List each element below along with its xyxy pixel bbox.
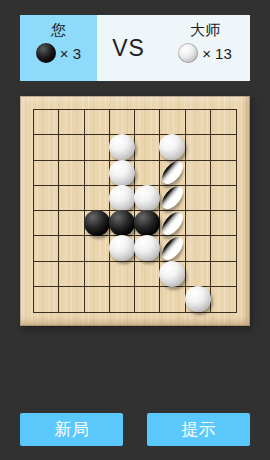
app-screen: 您 × 3 VS 大师 × 13 新局 提示 [0,0,270,460]
new-game-button[interactable]: 新局 [20,413,123,446]
board-cell-2-2[interactable] [59,135,84,160]
board-cell-1-3[interactable] [85,110,110,135]
board-cell-7-2[interactable] [59,262,84,287]
black-stone [134,210,160,236]
board-cell-8-6[interactable] [160,287,185,312]
board-cell-3-5[interactable] [135,161,160,186]
board-cell-5-1[interactable] [34,211,59,236]
white-stone [109,185,135,211]
white-count-label: × 13 [202,45,232,62]
player-panel-you: 您 × 3 [20,15,97,81]
board-cell-1-7[interactable] [186,110,211,135]
board-cell-5-7[interactable] [186,211,211,236]
board-cell-8-4[interactable] [110,287,135,312]
white-stone [159,134,185,160]
black-count-label: × 3 [60,45,81,62]
board-cell-2-3[interactable] [85,135,110,160]
board-cell-6-3[interactable] [85,236,110,261]
board-cell-1-5[interactable] [135,110,160,135]
board-cell-1-1[interactable] [34,110,59,135]
board-cell-6-2[interactable] [59,236,84,261]
flipping-white-stone [158,183,187,213]
white-stone [159,261,185,287]
board-cell-6-7[interactable] [186,236,211,261]
board-cell-5-5[interactable] [135,211,160,236]
board-cell-5-4[interactable] [110,211,135,236]
game-board [20,96,250,326]
vs-box: VS [97,15,160,81]
board-cell-4-8[interactable] [211,186,236,211]
black-stone-icon [36,43,56,63]
board-cell-7-5[interactable] [135,262,160,287]
board-cell-8-2[interactable] [59,287,84,312]
board-cell-5-3[interactable] [85,211,110,236]
board-cell-1-4[interactable] [110,110,135,135]
board-cell-7-4[interactable] [110,262,135,287]
flipping-white-stone [158,208,187,238]
board-cell-7-8[interactable] [211,262,236,287]
board-grid [33,109,237,313]
board-cell-2-6[interactable] [160,135,185,160]
board-cell-2-4[interactable] [110,135,135,160]
board-cell-7-7[interactable] [186,262,211,287]
white-stone [109,235,135,261]
board-cell-2-1[interactable] [34,135,59,160]
board-cell-6-6[interactable] [160,236,185,261]
board-cell-7-1[interactable] [34,262,59,287]
board-cell-7-6[interactable] [160,262,185,287]
board-cell-4-4[interactable] [110,186,135,211]
white-stone [109,134,135,160]
board-cell-8-8[interactable] [211,287,236,312]
board-cell-6-5[interactable] [135,236,160,261]
board-cell-7-3[interactable] [85,262,110,287]
black-stone [109,210,135,236]
board-cell-2-7[interactable] [186,135,211,160]
score-bar: 您 × 3 VS 大师 × 13 [20,15,250,81]
board-cell-3-7[interactable] [186,161,211,186]
board-cell-1-8[interactable] [211,110,236,135]
flipping-white-stone [158,157,187,187]
board-cell-6-1[interactable] [34,236,59,261]
board-cell-2-5[interactable] [135,135,160,160]
board-cell-4-7[interactable] [186,186,211,211]
board-cell-4-5[interactable] [135,186,160,211]
board-cell-3-2[interactable] [59,161,84,186]
white-stone-icon [178,43,198,63]
white-stone [134,235,160,261]
board-cell-4-1[interactable] [34,186,59,211]
board-cell-4-6[interactable] [160,186,185,211]
black-stone [84,210,110,236]
player-panel-master: 大师 × 13 [160,15,250,81]
board-cell-4-3[interactable] [85,186,110,211]
board-cell-5-2[interactable] [59,211,84,236]
board-cell-6-4[interactable] [110,236,135,261]
board-cell-8-3[interactable] [85,287,110,312]
white-stone [109,160,135,186]
board-cell-3-6[interactable] [160,161,185,186]
board-cell-3-3[interactable] [85,161,110,186]
board-cell-4-2[interactable] [59,186,84,211]
board-cell-5-6[interactable] [160,211,185,236]
white-stone [185,286,211,312]
board-cell-5-8[interactable] [211,211,236,236]
flipping-white-stone [158,233,187,263]
board-cell-3-4[interactable] [110,161,135,186]
board-cell-1-2[interactable] [59,110,84,135]
white-stone [134,185,160,211]
board-cell-1-6[interactable] [160,110,185,135]
board-cell-3-1[interactable] [34,161,59,186]
board-cell-8-7[interactable] [186,287,211,312]
player-you-label: 您 [51,21,66,39]
player-master-score: × 13 [178,43,232,63]
board-cell-8-5[interactable] [135,287,160,312]
board-cell-6-8[interactable] [211,236,236,261]
board-cell-3-8[interactable] [211,161,236,186]
hint-button[interactable]: 提示 [147,413,250,446]
board-cell-2-8[interactable] [211,135,236,160]
player-you-score: × 3 [36,43,81,63]
vs-label: VS [112,35,145,62]
board-cell-8-1[interactable] [34,287,59,312]
player-master-label: 大师 [190,21,220,39]
